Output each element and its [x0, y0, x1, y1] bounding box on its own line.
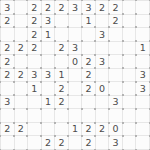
cell-r11c7[interactable]: 2: [82, 136, 96, 150]
cell-r7c1[interactable]: [1, 82, 15, 96]
cell-r9c2[interactable]: [15, 109, 29, 123]
cell-r9c1[interactable]: [1, 109, 15, 123]
cell-r3c9[interactable]: [109, 28, 123, 42]
cell-r2c8[interactable]: [96, 15, 110, 29]
cell-r2c3[interactable]: 2: [28, 15, 42, 29]
cell-r9c3[interactable]: [28, 109, 42, 123]
cell-r7c7[interactable]: 2: [82, 82, 96, 96]
cell-r7c6[interactable]: [69, 82, 83, 96]
cell-r1c6[interactable]: 3: [69, 1, 83, 15]
clue-number: 2: [86, 70, 92, 80]
cell-r8c1[interactable]: 3: [1, 96, 15, 110]
cell-r5c4[interactable]: [42, 55, 56, 69]
cell-r5c5[interactable]: [55, 55, 69, 69]
cell-r11c2[interactable]: [15, 136, 29, 150]
cell-r3c6[interactable]: [69, 28, 83, 42]
cell-r9c4[interactable]: [42, 109, 56, 123]
cell-r2c11[interactable]: [136, 15, 150, 29]
cell-r11c9[interactable]: 3: [109, 136, 123, 150]
cell-r2c1[interactable]: 2: [1, 15, 15, 29]
cell-r7c2[interactable]: [15, 82, 29, 96]
clue-number: 3: [99, 57, 105, 67]
slitherlink-board[interactable]: 3222332222312213222231202322331231220331…: [0, 0, 150, 150]
cell-r8c4[interactable]: 1: [42, 96, 56, 110]
clue-number: 0: [113, 124, 119, 134]
cell-r10c8[interactable]: 2: [96, 123, 110, 137]
cell-r4c11[interactable]: 1: [136, 42, 150, 56]
cell-r4c10[interactable]: [123, 42, 137, 56]
cell-r1c2[interactable]: [15, 1, 29, 15]
clue-number: 3: [72, 43, 78, 53]
cell-r1c7[interactable]: 3: [82, 1, 96, 15]
cell-r8c6[interactable]: [69, 96, 83, 110]
cell-r1c3[interactable]: 2: [28, 1, 42, 15]
cell-r9c8[interactable]: [96, 109, 110, 123]
cell-r8c3[interactable]: [28, 96, 42, 110]
cell-r10c1[interactable]: 2: [1, 123, 15, 137]
clue-number: 1: [140, 43, 146, 53]
cell-r3c10[interactable]: [123, 28, 137, 42]
clue-number: 2: [18, 124, 24, 134]
cell-r4c9[interactable]: [109, 42, 123, 56]
cell-r6c6[interactable]: [69, 69, 83, 83]
cell-r10c6[interactable]: 1: [69, 123, 83, 137]
cell-r2c2[interactable]: [15, 15, 29, 29]
clue-number: 3: [72, 3, 78, 13]
cell-r8c8[interactable]: [96, 96, 110, 110]
cell-r3c7[interactable]: [82, 28, 96, 42]
cell-r4c7[interactable]: [82, 42, 96, 56]
clue-number: 2: [58, 97, 64, 107]
clue-number: 0: [99, 84, 105, 94]
cell-r6c4[interactable]: 3: [42, 69, 56, 83]
cell-r7c8[interactable]: 0: [96, 82, 110, 96]
cell-r10c9[interactable]: 0: [109, 123, 123, 137]
clue-number: 1: [45, 30, 51, 40]
clue-number: 2: [4, 57, 10, 67]
cell-r10c11[interactable]: [136, 123, 150, 137]
cell-r10c4[interactable]: [42, 123, 56, 137]
clue-number: 0: [72, 57, 78, 67]
cell-r9c6[interactable]: [69, 109, 83, 123]
cell-r5c7[interactable]: 2: [82, 55, 96, 69]
cell-r5c3[interactable]: [28, 55, 42, 69]
cell-r3c1[interactable]: [1, 28, 15, 42]
cell-r6c5[interactable]: 1: [55, 69, 69, 83]
cell-r4c1[interactable]: 2: [1, 42, 15, 56]
clue-number: 2: [31, 30, 37, 40]
cell-r1c8[interactable]: 2: [96, 1, 110, 15]
cell-r11c5[interactable]: 2: [55, 136, 69, 150]
cell-r10c2[interactable]: 2: [15, 123, 29, 137]
clue-number: 2: [86, 57, 92, 67]
cell-r8c2[interactable]: [15, 96, 29, 110]
cell-r9c5[interactable]: [55, 109, 69, 123]
cell-r8c5[interactable]: 2: [55, 96, 69, 110]
clue-number: 3: [140, 84, 146, 94]
cell-r8c10[interactable]: [123, 96, 137, 110]
clue-number: 3: [86, 3, 92, 13]
clue-number: 3: [4, 97, 10, 107]
cell-r3c4[interactable]: 1: [42, 28, 56, 42]
cell-r10c10[interactable]: [123, 123, 137, 137]
clue-number: 2: [86, 124, 92, 134]
clue-number: 2: [31, 16, 37, 26]
cell-r7c5[interactable]: 2: [55, 82, 69, 96]
cell-r5c1[interactable]: 2: [1, 55, 15, 69]
clue-number: 2: [86, 138, 92, 148]
cell-r9c7[interactable]: [82, 109, 96, 123]
clue-number: 2: [18, 43, 24, 53]
clue-number: 2: [45, 138, 51, 148]
cell-r4c4[interactable]: [42, 42, 56, 56]
clue-number: 3: [4, 3, 10, 13]
cell-r10c5[interactable]: [55, 123, 69, 137]
clue-number: 2: [113, 16, 119, 26]
cell-r1c1[interactable]: 3: [1, 1, 15, 15]
cell-r6c11[interactable]: 3: [136, 69, 150, 83]
clue-number: 2: [4, 43, 10, 53]
clue-number: 2: [4, 124, 10, 134]
cell-r10c3[interactable]: [28, 123, 42, 137]
cell-r3c5[interactable]: [55, 28, 69, 42]
cell-r4c2[interactable]: 2: [15, 42, 29, 56]
clue-number: 1: [86, 16, 92, 26]
clue-number: 3: [99, 30, 105, 40]
clue-number: 2: [113, 3, 119, 13]
cell-r4c3[interactable]: 2: [28, 42, 42, 56]
cell-r8c9[interactable]: 3: [109, 96, 123, 110]
cell-r7c4[interactable]: [42, 82, 56, 96]
clue-number: 3: [140, 70, 146, 80]
cell-r5c2[interactable]: [15, 55, 29, 69]
cell-r10c7[interactable]: 2: [82, 123, 96, 137]
clue-number: 3: [113, 138, 119, 148]
clue-number: 2: [31, 43, 37, 53]
cell-r8c11[interactable]: [136, 96, 150, 110]
clue-number: 2: [86, 84, 92, 94]
clue-number: 1: [72, 124, 78, 134]
cell-r4c8[interactable]: [96, 42, 110, 56]
clue-number: 2: [99, 3, 105, 13]
clue-number: 2: [18, 70, 24, 80]
cell-r5c10[interactable]: [123, 55, 137, 69]
clue-number: 2: [58, 138, 64, 148]
cell-r9c11[interactable]: [136, 109, 150, 123]
clue-number: 2: [4, 70, 10, 80]
clue-number: 2: [58, 3, 64, 13]
cell-r11c1[interactable]: [1, 136, 15, 150]
cell-r5c9[interactable]: [109, 55, 123, 69]
cell-r2c4[interactable]: 3: [42, 15, 56, 29]
cell-r11c4[interactable]: 2: [42, 136, 56, 150]
clue-number: 1: [58, 70, 64, 80]
clue-number: 2: [58, 43, 64, 53]
clue-number: 3: [45, 16, 51, 26]
clue-number: 3: [31, 70, 37, 80]
cell-r11c11[interactable]: [136, 136, 150, 150]
clue-number: 3: [113, 97, 119, 107]
cell-r7c10[interactable]: [123, 82, 137, 96]
clue-number: 3: [45, 70, 51, 80]
clue-number: 1: [31, 84, 37, 94]
cell-r9c9[interactable]: [109, 109, 123, 123]
cell-r11c8[interactable]: [96, 136, 110, 150]
cell-r6c2[interactable]: 2: [15, 69, 29, 83]
cell-r2c7[interactable]: 1: [82, 15, 96, 29]
cell-r1c9[interactable]: 2: [109, 1, 123, 15]
clue-number: 2: [4, 16, 10, 26]
cell-r6c3[interactable]: 3: [28, 69, 42, 83]
cell-r5c11[interactable]: [136, 55, 150, 69]
slitherlink-puzzle: 3222332222312213222231202322331231220331…: [0, 0, 150, 150]
cell-r11c6[interactable]: [69, 136, 83, 150]
cell-r3c11[interactable]: [136, 28, 150, 42]
cell-r6c8[interactable]: [96, 69, 110, 83]
cell-r1c5[interactable]: 2: [55, 1, 69, 15]
cell-r7c3[interactable]: 1: [28, 82, 42, 96]
cell-r1c11[interactable]: [136, 1, 150, 15]
cell-r1c4[interactable]: 2: [42, 1, 56, 15]
cell-r2c6[interactable]: [69, 15, 83, 29]
clue-number: 2: [99, 124, 105, 134]
cell-r2c5[interactable]: [55, 15, 69, 29]
cell-r3c3[interactable]: 2: [28, 28, 42, 42]
cell-r6c9[interactable]: [109, 69, 123, 83]
cell-r3c2[interactable]: [15, 28, 29, 42]
clue-number: 1: [45, 97, 51, 107]
clue-number: 2: [31, 3, 37, 13]
cell-r7c9[interactable]: [109, 82, 123, 96]
cell-r2c9[interactable]: 2: [109, 15, 123, 29]
cell-r11c3[interactable]: [28, 136, 42, 150]
clue-number: 2: [45, 3, 51, 13]
cell-r5c8[interactable]: 3: [96, 55, 110, 69]
cell-r5c6[interactable]: 0: [69, 55, 83, 69]
cell-r8c7[interactable]: [82, 96, 96, 110]
cell-r6c10[interactable]: [123, 69, 137, 83]
clue-number: 2: [58, 84, 64, 94]
cell-r6c7[interactable]: 2: [82, 69, 96, 83]
cell-r4c5[interactable]: 2: [55, 42, 69, 56]
cell-r6c1[interactable]: 2: [1, 69, 15, 83]
cell-r7c11[interactable]: 3: [136, 82, 150, 96]
cell-r11c10[interactable]: [123, 136, 137, 150]
cell-r1c10[interactable]: [123, 1, 137, 15]
cell-r4c6[interactable]: 3: [69, 42, 83, 56]
cell-r9c10[interactable]: [123, 109, 137, 123]
cell-r3c8[interactable]: 3: [96, 28, 110, 42]
cell-r2c10[interactable]: [123, 15, 137, 29]
